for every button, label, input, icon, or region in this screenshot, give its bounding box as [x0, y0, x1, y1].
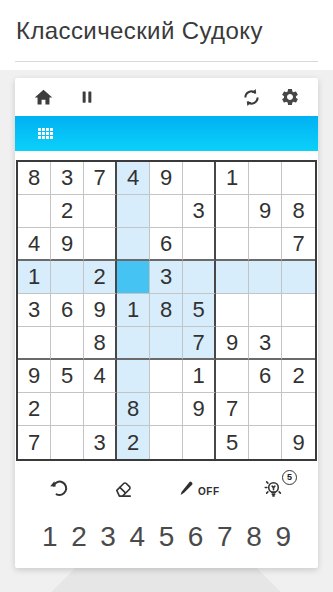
undo-icon — [47, 477, 70, 500]
page-header: Классический Судоку — [0, 0, 333, 70]
cell-r7c9[interactable]: 2 — [282, 360, 315, 393]
grid-menu-button[interactable] — [38, 128, 53, 139]
cell-r8c5[interactable] — [150, 393, 183, 426]
cell-r5c7[interactable] — [216, 294, 249, 327]
numpad-key-6[interactable]: 6 — [188, 521, 204, 553]
cell-r2c2[interactable]: 2 — [51, 195, 84, 228]
cell-r1c1[interactable]: 8 — [18, 162, 51, 195]
cell-r8c2[interactable] — [51, 393, 84, 426]
home-button[interactable] — [32, 86, 54, 108]
cell-r1c4[interactable]: 4 — [117, 162, 150, 195]
cell-r5c1[interactable]: 3 — [18, 294, 51, 327]
cell-r9c5[interactable] — [150, 426, 183, 459]
cell-r2c1[interactable] — [18, 195, 51, 228]
cell-r6c8[interactable]: 3 — [249, 327, 282, 360]
cell-r6c3[interactable]: 8 — [84, 327, 117, 360]
cell-r3c4[interactable] — [117, 228, 150, 261]
cell-r8c4[interactable]: 8 — [117, 393, 150, 426]
cell-r3c2[interactable]: 9 — [51, 228, 84, 261]
cell-r1c3[interactable]: 7 — [84, 162, 117, 195]
cell-r2c6[interactable]: 3 — [183, 195, 216, 228]
cell-r6c1[interactable] — [18, 327, 51, 360]
cell-r8c8[interactable] — [249, 393, 282, 426]
cell-r2c5[interactable] — [150, 195, 183, 228]
cell-r4c6[interactable] — [183, 261, 216, 294]
cell-r6c7[interactable]: 9 — [216, 327, 249, 360]
cell-r3c3[interactable] — [84, 228, 117, 261]
cell-r5c6[interactable]: 5 — [183, 294, 216, 327]
numpad-key-3[interactable]: 3 — [100, 521, 116, 553]
numpad-key-5[interactable]: 5 — [159, 521, 175, 553]
pencil-icon — [176, 478, 196, 498]
cell-r5c4[interactable]: 1 — [117, 294, 150, 327]
cell-r7c5[interactable] — [150, 360, 183, 393]
cell-r1c8[interactable] — [249, 162, 282, 195]
numpad-key-4[interactable]: 4 — [130, 521, 146, 553]
cell-r4c7[interactable] — [216, 261, 249, 294]
hint-button[interactable]: 5 — [261, 476, 286, 501]
sudoku-app-card: 8374912398496712336918587939541622897732… — [15, 78, 318, 568]
numpad: 123456789 — [15, 514, 318, 560]
cell-r1c2[interactable]: 3 — [51, 162, 84, 195]
cell-r7c7[interactable] — [216, 360, 249, 393]
cell-r1c5[interactable]: 9 — [150, 162, 183, 195]
eraser-icon — [112, 477, 135, 500]
cell-r4c3[interactable]: 2 — [84, 261, 117, 294]
cell-r9c1[interactable]: 7 — [18, 426, 51, 459]
tools-toolbar: OFF — [15, 464, 318, 512]
cell-r7c4[interactable] — [117, 360, 150, 393]
cell-r5c8[interactable] — [249, 294, 282, 327]
cell-r9c4[interactable]: 2 — [117, 426, 150, 459]
cell-r8c1[interactable]: 2 — [18, 393, 51, 426]
cell-r3c5[interactable]: 6 — [150, 228, 183, 261]
sudoku-board: 8374912398496712336918587939541622897732… — [16, 160, 317, 461]
cell-r9c3[interactable]: 3 — [84, 426, 117, 459]
home-icon — [33, 87, 54, 108]
notes-state-label: OFF — [198, 486, 220, 497]
cell-r8c3[interactable] — [84, 393, 117, 426]
numpad-key-9[interactable]: 9 — [275, 521, 291, 553]
cell-r8c9[interactable] — [282, 393, 315, 426]
grid-menu-icon — [38, 128, 53, 139]
cell-r2c7[interactable] — [216, 195, 249, 228]
cell-r8c7[interactable]: 7 — [216, 393, 249, 426]
cell-r4c4[interactable] — [117, 261, 150, 294]
notes-toggle-button[interactable]: OFF — [176, 478, 220, 498]
cell-r7c2[interactable]: 5 — [51, 360, 84, 393]
cell-r9c6[interactable] — [183, 426, 216, 459]
cell-r7c6[interactable]: 1 — [183, 360, 216, 393]
cell-r2c9[interactable]: 8 — [282, 195, 315, 228]
cell-r4c8[interactable] — [249, 261, 282, 294]
cell-r9c9[interactable]: 9 — [282, 426, 315, 459]
restart-icon — [241, 87, 262, 108]
cell-r9c8[interactable] — [249, 426, 282, 459]
numpad-key-8[interactable]: 8 — [246, 521, 262, 553]
cell-r5c5[interactable]: 8 — [150, 294, 183, 327]
cell-r9c2[interactable] — [51, 426, 84, 459]
cell-r4c5[interactable]: 3 — [150, 261, 183, 294]
cell-r6c4[interactable] — [117, 327, 150, 360]
cell-r1c7[interactable]: 1 — [216, 162, 249, 195]
cell-r3c9[interactable]: 7 — [282, 228, 315, 261]
page-title: Классический Судоку — [0, 0, 333, 45]
numpad-key-7[interactable]: 7 — [217, 521, 233, 553]
restart-button[interactable] — [240, 86, 262, 108]
cell-r7c3[interactable]: 4 — [84, 360, 117, 393]
pause-icon — [78, 88, 96, 106]
cell-r3c7[interactable] — [216, 228, 249, 261]
cell-r6c5[interactable] — [150, 327, 183, 360]
cell-r6c2[interactable] — [51, 327, 84, 360]
cell-r2c3[interactable] — [84, 195, 117, 228]
settings-button[interactable] — [279, 86, 301, 108]
undo-button[interactable] — [47, 477, 70, 500]
eraser-button[interactable] — [112, 477, 135, 500]
board-menu-bar — [15, 116, 318, 151]
cell-r4c9[interactable] — [282, 261, 315, 294]
cell-r1c9[interactable] — [282, 162, 315, 195]
numpad-key-1[interactable]: 1 — [42, 521, 58, 553]
cell-r4c2[interactable] — [51, 261, 84, 294]
cell-r9c7[interactable]: 5 — [216, 426, 249, 459]
cell-r5c3[interactable]: 9 — [84, 294, 117, 327]
cell-r3c1[interactable]: 4 — [18, 228, 51, 261]
cell-r2c4[interactable] — [117, 195, 150, 228]
cell-r8c6[interactable]: 9 — [183, 393, 216, 426]
cell-r5c9[interactable] — [282, 294, 315, 327]
pause-button[interactable] — [76, 86, 98, 108]
cell-r6c9[interactable] — [282, 327, 315, 360]
cell-r7c8[interactable]: 6 — [249, 360, 282, 393]
cell-r7c1[interactable]: 9 — [18, 360, 51, 393]
gear-icon — [280, 87, 300, 107]
cell-r1c6[interactable] — [183, 162, 216, 195]
cell-r2c8[interactable]: 9 — [249, 195, 282, 228]
cell-r6c6[interactable]: 7 — [183, 327, 216, 360]
numpad-key-2[interactable]: 2 — [71, 521, 87, 553]
cell-r5c2[interactable]: 6 — [51, 294, 84, 327]
hint-count-badge: 5 — [282, 470, 297, 485]
cell-r4c1[interactable]: 1 — [18, 261, 51, 294]
cell-r3c8[interactable] — [249, 228, 282, 261]
top-toolbar — [15, 78, 318, 116]
cell-r3c6[interactable] — [183, 228, 216, 261]
